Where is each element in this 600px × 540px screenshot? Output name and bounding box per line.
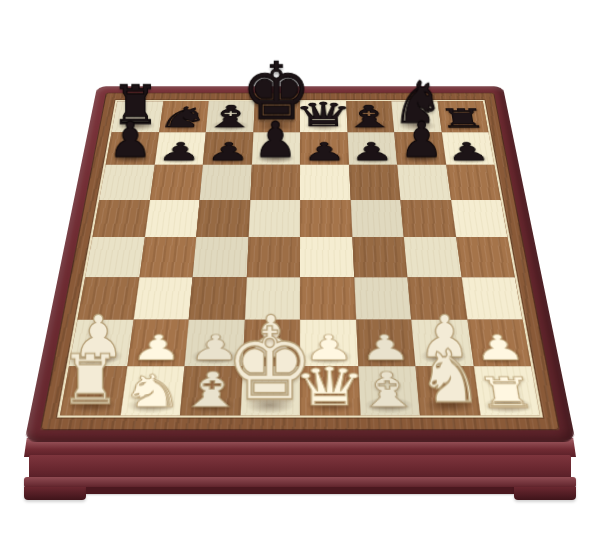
square-b4[interactable] — [139, 237, 196, 277]
square-g6[interactable] — [397, 165, 450, 200]
square-g1[interactable]: ♞ — [415, 366, 480, 416]
piece-white-knight[interactable]: ♞ — [395, 340, 506, 414]
square-h4[interactable] — [456, 237, 515, 277]
square-c6[interactable] — [200, 165, 252, 200]
square-g4[interactable] — [404, 237, 461, 277]
square-a1[interactable]: ♜ — [60, 366, 127, 416]
base-recess — [86, 487, 514, 494]
base-front-face — [29, 455, 571, 479]
square-d5[interactable] — [248, 200, 300, 237]
square-b5[interactable] — [144, 200, 199, 237]
square-a4[interactable] — [85, 237, 144, 277]
square-a5[interactable] — [93, 200, 150, 237]
piece-black-pawn[interactable]: ♟ — [377, 115, 467, 164]
chess-set-photo: ♜♞♝♚♛♝♞♜♟♟♟♟♟♟♟♟♟♟♟♟♟♟♟♟♜♞♝♚♛♝♞♜ — [0, 0, 600, 540]
square-e4[interactable] — [300, 237, 354, 277]
square-d7[interactable]: ♟ — [251, 132, 300, 165]
square-g5[interactable] — [400, 200, 455, 237]
square-e5[interactable] — [300, 200, 352, 237]
piece-black-pawn[interactable]: ♟ — [231, 115, 321, 164]
square-d1[interactable]: ♚ — [240, 366, 300, 416]
square-d6[interactable] — [250, 165, 300, 200]
square-e6[interactable] — [300, 165, 350, 200]
square-b6[interactable] — [149, 165, 202, 200]
square-c5[interactable] — [196, 200, 250, 237]
square-f5[interactable] — [350, 200, 404, 237]
square-d4[interactable] — [246, 237, 300, 277]
base-feet-row — [24, 487, 576, 500]
square-h6[interactable] — [446, 165, 501, 200]
piece-white-rook[interactable]: ♜ — [35, 346, 146, 414]
square-f6[interactable] — [349, 165, 401, 200]
base-foot-left — [24, 487, 86, 500]
square-h5[interactable] — [451, 200, 508, 237]
square-a7[interactable]: ♟ — [106, 132, 159, 165]
square-a6[interactable] — [99, 165, 154, 200]
board-walnut-border: ♜♞♝♚♛♝♞♜♟♟♟♟♟♟♟♟♟♟♟♟♟♟♟♟♜♞♝♚♛♝♞♜ — [40, 93, 560, 430]
square-g7[interactable]: ♟ — [394, 132, 446, 165]
square-f4[interactable] — [352, 237, 408, 277]
board-grid: ♜♞♝♚♛♝♞♜♟♟♟♟♟♟♟♟♟♟♟♟♟♟♟♟♜♞♝♚♛♝♞♜ — [57, 100, 543, 418]
piece-white-king[interactable]: ♚ — [215, 314, 326, 414]
chess-board-frame: ♜♞♝♚♛♝♞♜♟♟♟♟♟♟♟♟♟♟♟♟♟♟♟♟♜♞♝♚♛♝♞♜ — [24, 86, 575, 442]
square-c4[interactable] — [193, 237, 249, 277]
piece-black-pawn[interactable]: ♟ — [85, 115, 175, 164]
base-foot-right — [514, 487, 576, 500]
